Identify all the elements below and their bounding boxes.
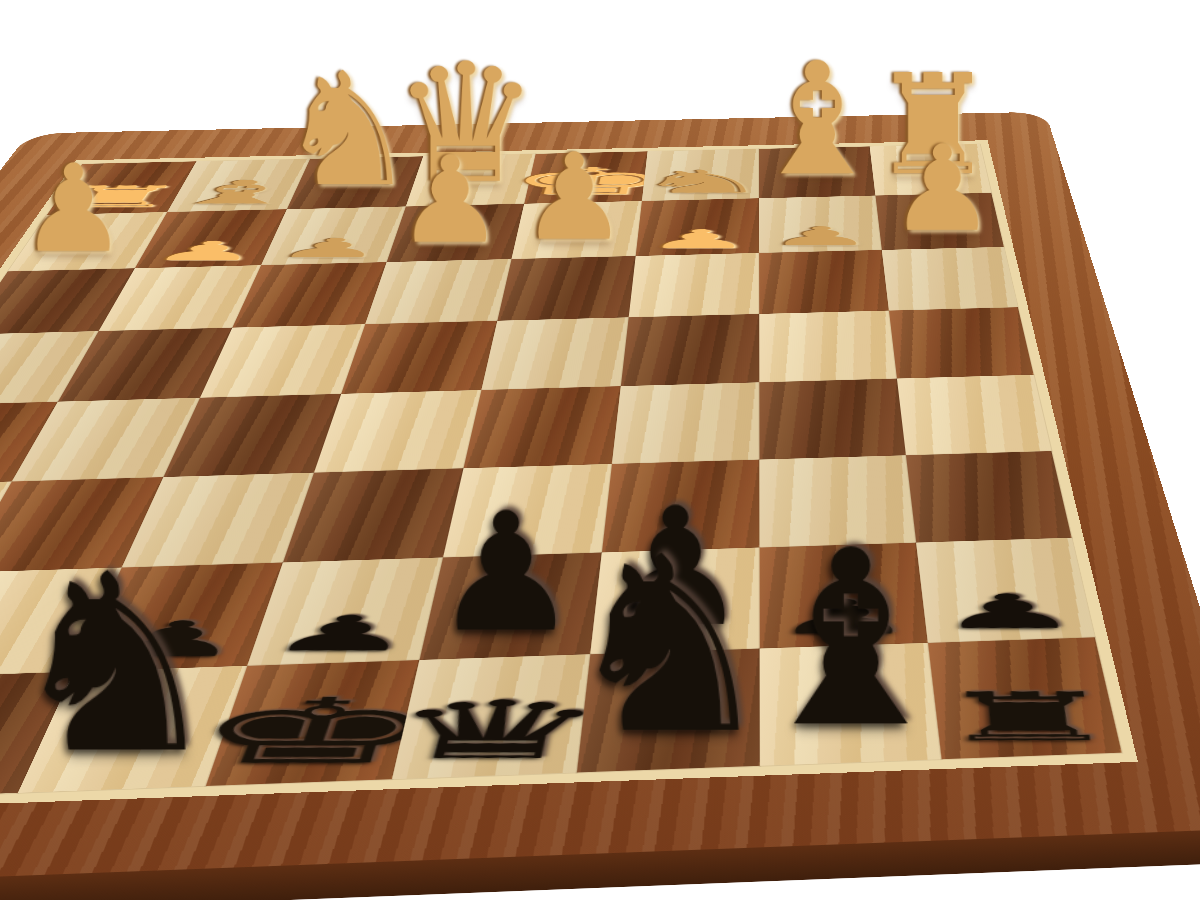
white-pawn-g2[interactable]: ♟ (146, 239, 269, 264)
board-frame: ♜♝♞♛♚♞♝♜♟♟♟♟♟♟♟♟♟♟♟♟♟♟♟♟♜♝♞♚♛♞♝♜ (0, 112, 1200, 900)
white-pawn-a2[interactable]: ♟ (889, 133, 995, 246)
square-b4[interactable] (759, 311, 897, 383)
white-pawn-d2[interactable]: ♟ (521, 141, 628, 255)
square-f2[interactable]: ♟ (261, 206, 406, 265)
square-e4[interactable] (341, 321, 497, 394)
square-b8[interactable]: ♝ (760, 643, 942, 766)
square-a4[interactable] (889, 307, 1034, 378)
board-side-edge (0, 828, 1200, 900)
square-d5[interactable] (463, 386, 620, 468)
square-d4[interactable] (481, 317, 628, 390)
square-b3[interactable] (759, 250, 889, 314)
board-grid: ♜♝♞♛♚♞♝♜♟♟♟♟♟♟♟♟♟♟♟♟♟♟♟♟♜♝♞♚♛♞♝♜ (0, 144, 1122, 807)
square-c8[interactable]: ♞ (577, 649, 760, 773)
square-b2[interactable]: ♟ (759, 196, 882, 253)
square-c2[interactable]: ♟ (636, 198, 759, 256)
square-f8[interactable]: ♞ (18, 666, 247, 793)
square-a3[interactable] (882, 247, 1018, 311)
square-d2[interactable]: ♟ (512, 201, 642, 259)
white-pawn-c2[interactable]: ♟ (644, 227, 754, 251)
square-a5[interactable] (897, 375, 1052, 456)
white-pawn-h2[interactable]: ♟ (19, 152, 127, 267)
square-c4[interactable] (621, 314, 759, 386)
black-pawn-e7[interactable]: ♟ (261, 611, 423, 657)
black-rook-a8[interactable]: ♜ (932, 685, 1128, 749)
square-e5[interactable] (314, 390, 481, 473)
photo-canvas: { "game": "chess", "view": "angled photo… (0, 0, 1200, 900)
square-b5[interactable] (759, 379, 906, 460)
white-bishop-b1[interactable]: ♝ (747, 46, 886, 194)
square-h2[interactable]: ♟ (8, 212, 167, 271)
black-knight-c8[interactable]: ♞ (560, 531, 778, 762)
board-scene: ♜♝♞♛♚♞♝♜♟♟♟♟♟♟♟♟♟♟♟♟♟♟♟♟♜♝♞♚♛♞♝♜ (0, 0, 1200, 900)
square-d3[interactable] (497, 256, 635, 321)
square-f4[interactable] (200, 324, 365, 398)
white-pawn-e2[interactable]: ♟ (396, 143, 504, 257)
square-c3[interactable] (629, 253, 760, 317)
square-e3[interactable] (365, 259, 511, 324)
chess-board: ♜♝♞♛♚♞♝♜♟♟♟♟♟♟♟♟♟♟♟♟♟♟♟♟♜♝♞♚♛♞♝♜ (0, 112, 1200, 900)
black-pawn-d7[interactable]: ♟ (433, 495, 580, 651)
square-a2[interactable]: ♟ (875, 193, 1003, 250)
white-pawn-f2[interactable]: ♟ (271, 236, 390, 261)
square-b1[interactable]: ♝ (759, 146, 876, 198)
square-e8[interactable]: ♚ (206, 660, 420, 786)
board-border-line: ♜♝♞♛♚♞♝♜♟♟♟♟♟♟♟♟♟♟♟♟♟♟♟♟♜♝♞♚♛♞♝♜ (0, 140, 1138, 817)
square-c5[interactable] (612, 382, 759, 464)
black-bishop-g8[interactable]: ♝ (0, 554, 38, 789)
square-e2[interactable]: ♟ (387, 204, 525, 262)
white-pawn-b2[interactable]: ♟ (767, 224, 874, 248)
square-c1[interactable]: ♞ (642, 149, 759, 201)
square-h4[interactable] (0, 331, 99, 406)
